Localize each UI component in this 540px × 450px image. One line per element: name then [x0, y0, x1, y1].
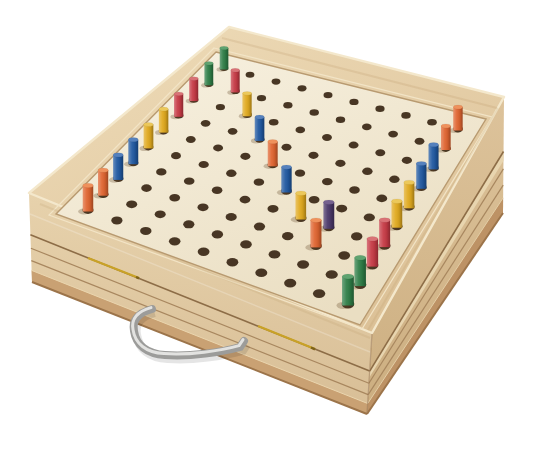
hole-r10c5 — [198, 248, 210, 256]
peg-body-shading — [159, 109, 168, 133]
hole-r2c7 — [362, 124, 372, 131]
hole-r5c4 — [240, 153, 250, 160]
peg-top-cap — [159, 107, 168, 111]
hole-r6c4 — [226, 170, 236, 177]
hole-r6c3 — [199, 161, 209, 168]
peg-body-shading — [355, 258, 366, 286]
peg-body-shading — [441, 126, 451, 150]
peg-top-cap — [404, 180, 414, 184]
peg-top-cap — [416, 161, 426, 165]
peg-top-cap — [83, 183, 93, 187]
peg-top-cap — [453, 105, 462, 109]
peg-top-cap — [392, 199, 403, 203]
hole-r10c2 — [111, 216, 122, 224]
peg-body-shading — [268, 142, 278, 167]
hole-r6c8 — [336, 205, 347, 213]
box-illustration — [0, 0, 540, 450]
peg-top-cap — [441, 124, 451, 128]
hole-r7c5 — [240, 196, 251, 204]
hole-r7c4 — [212, 187, 223, 195]
hole-r2c6 — [336, 116, 345, 123]
hole-r4c9 — [389, 176, 399, 183]
hole-r10c7 — [255, 268, 267, 277]
hole-r8c9 — [338, 251, 350, 259]
peg-top-cap — [367, 237, 378, 242]
peg-top-cap — [255, 115, 264, 119]
hole-r10c8 — [284, 279, 296, 288]
hole-r10c6 — [227, 258, 239, 266]
hole-r9c2 — [126, 200, 137, 208]
hole-r9c7 — [269, 250, 281, 258]
peg-body-shading — [205, 63, 214, 85]
hole-r2c3 — [257, 95, 266, 101]
hole-r7c9 — [351, 232, 362, 240]
peg-body-shading — [243, 93, 252, 116]
peg-body-shading — [429, 145, 439, 170]
hole-r8c7 — [282, 232, 293, 240]
hole-r3c9 — [402, 157, 412, 164]
peg-body-shading — [416, 164, 426, 189]
peg-top-cap — [342, 274, 354, 279]
peg-top-cap — [296, 191, 307, 195]
peg-body-shading — [453, 107, 462, 130]
peg-top-cap — [231, 68, 240, 72]
peg-top-cap — [220, 46, 229, 50]
hole-r4c5 — [282, 144, 292, 151]
hole-r3c4 — [269, 119, 279, 126]
hole-r2c4 — [283, 102, 292, 108]
hole-r7c6 — [268, 205, 279, 213]
peg-top-cap — [98, 168, 108, 172]
peg-top-cap — [324, 200, 335, 204]
peg-body-shading — [255, 117, 264, 141]
hole-r10c4 — [169, 237, 181, 245]
peg-body-shading — [83, 186, 93, 212]
peg-body-shading — [128, 140, 138, 165]
hole-r10c3 — [140, 227, 151, 235]
hole-r8c4 — [198, 203, 209, 211]
peg-top-cap — [429, 143, 439, 147]
peg-body-shading — [342, 277, 354, 306]
hole-r9c9 — [326, 270, 338, 279]
hole-r4c8 — [362, 168, 372, 175]
peg-body-shading — [367, 239, 378, 267]
hole-r9c5 — [212, 230, 223, 238]
peg-top-cap — [355, 255, 366, 260]
peg-top-cap — [113, 153, 123, 157]
peg-body-shading — [392, 201, 403, 228]
hole-r1c9 — [427, 119, 437, 126]
peg-body-shading — [324, 202, 335, 229]
hole-r5c7 — [322, 178, 333, 185]
hole-r1c7 — [375, 105, 384, 112]
peg-body-shading — [379, 220, 390, 247]
hole-r6c2 — [171, 152, 181, 159]
peg-top-cap — [144, 122, 154, 126]
hole-r4c7 — [335, 160, 345, 167]
hole-r3c7 — [349, 142, 359, 149]
peg-top-cap — [205, 62, 214, 66]
hole-r7c2 — [156, 168, 166, 175]
hole-r1c3 — [272, 79, 281, 85]
hole-r2c5 — [310, 109, 319, 116]
peg-body-shading — [296, 193, 307, 219]
peg-top-cap — [128, 138, 138, 142]
peg-body-shading — [189, 79, 198, 102]
hole-r5c3 — [213, 144, 223, 151]
hole-r8c6 — [254, 223, 265, 231]
hole-r1c8 — [401, 112, 410, 119]
hole-r1c4 — [298, 85, 307, 91]
hole-r4c6 — [309, 152, 319, 159]
peg-top-cap — [174, 92, 183, 96]
peg-body-shading — [231, 70, 240, 92]
hole-r9c6 — [240, 240, 252, 248]
peg-top-cap — [311, 218, 322, 223]
peg-body-shading — [144, 124, 154, 148]
hole-r6c5 — [254, 178, 265, 185]
hole-r2c8 — [388, 131, 398, 138]
hole-r1c2 — [246, 72, 255, 78]
peg-top-cap — [189, 77, 198, 81]
peg-body-shading — [113, 155, 123, 180]
hole-r2c9 — [415, 138, 425, 145]
pegboard-box-photo — [0, 0, 540, 450]
hole-r5c8 — [349, 186, 360, 194]
hole-r8c2 — [141, 184, 152, 192]
hole-r5c2 — [186, 136, 196, 143]
hole-r4c2 — [201, 120, 211, 127]
hole-r6c7 — [309, 196, 320, 204]
peg-body-shading — [311, 220, 322, 247]
hole-r6c9 — [364, 214, 375, 222]
hole-r9c8 — [297, 260, 309, 268]
peg-body-shading — [404, 182, 414, 208]
hole-r3c8 — [375, 149, 385, 156]
peg-top-cap — [243, 91, 252, 95]
hole-r9c3 — [155, 210, 166, 218]
hole-r4c3 — [228, 128, 238, 135]
hole-r9c4 — [183, 220, 194, 228]
peg-top-cap — [268, 140, 278, 144]
hole-r8c5 — [226, 213, 237, 221]
hole-r5c9 — [376, 195, 387, 203]
peg-body-shading — [98, 170, 108, 196]
peg-body-shading — [281, 167, 291, 192]
hole-r7c3 — [184, 177, 195, 184]
peg-body-shading — [174, 94, 183, 117]
hole-r3c6 — [322, 134, 332, 141]
hole-r1c6 — [349, 99, 358, 105]
peg-top-cap — [281, 165, 291, 169]
peg-top-cap — [379, 218, 390, 223]
hole-r10c9 — [313, 289, 325, 298]
hole-r5c6 — [295, 169, 305, 176]
hole-r1c5 — [324, 92, 333, 98]
hole-r3c2 — [216, 104, 225, 110]
hole-r8c3 — [169, 194, 180, 202]
hole-r3c5 — [296, 126, 306, 133]
peg-body-shading — [220, 48, 229, 70]
